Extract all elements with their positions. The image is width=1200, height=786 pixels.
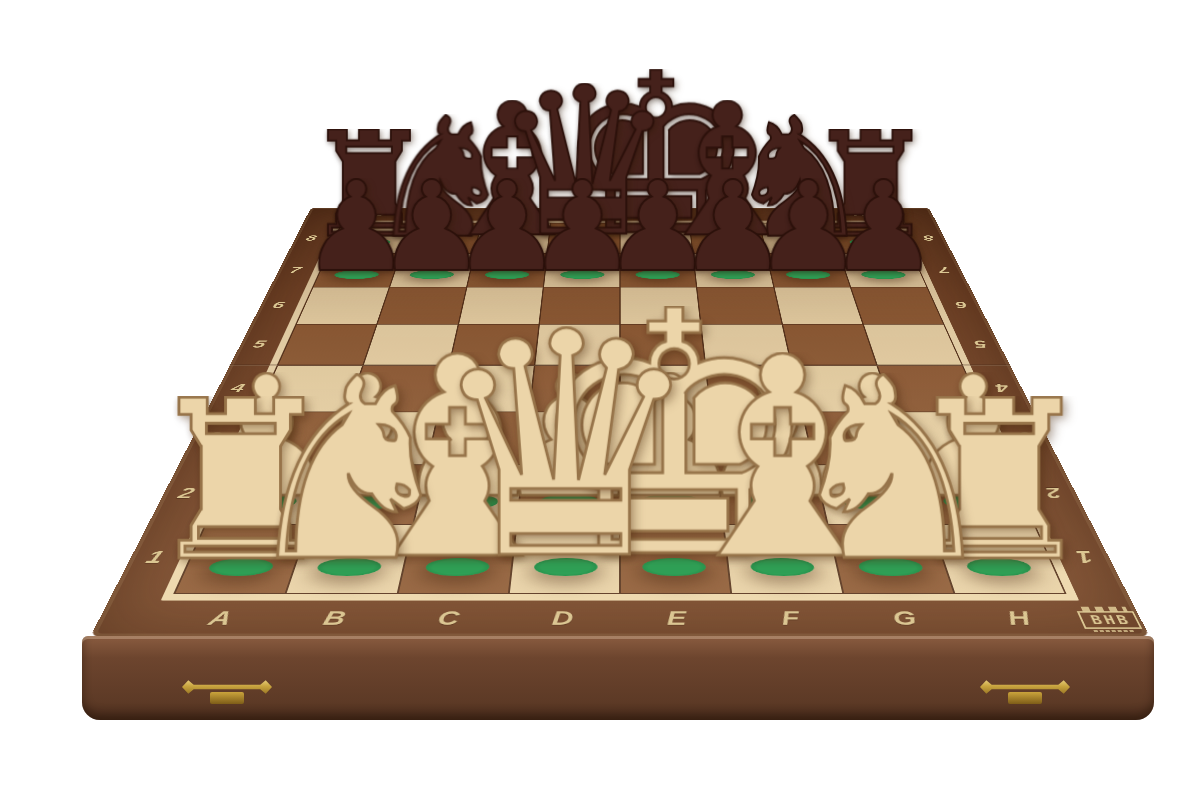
knight-glyph: ♞	[779, 373, 1003, 568]
file-label-front-c: C	[436, 607, 462, 630]
piece-white-queen-d1[interactable]: ♛	[427, 326, 705, 568]
piece-cell-h7: ♟	[839, 253, 927, 286]
file-labels-front: ABCDEFGH	[156, 600, 1084, 636]
logo-castle-icon	[1081, 607, 1128, 612]
piece-cell-b1: ♞	[287, 524, 414, 593]
piece-black-pawn-h7[interactable]: ♟	[828, 178, 940, 275]
queen-glyph: ♛	[427, 326, 705, 568]
file-label-front-h: H	[1003, 607, 1034, 630]
piece-cell-g1: ♞	[827, 524, 954, 593]
scene: ABCDEFGH 87654321 87654321 ABCDEFGH BHB …	[0, 0, 1200, 786]
chess-board: ABCDEFGH 87654321 87654321 ABCDEFGH BHB …	[90, 208, 1150, 637]
file-label-front-e: E	[666, 607, 688, 630]
logo-text: BHB	[1077, 611, 1143, 628]
pawn-glyph: ♟	[828, 178, 940, 275]
box-front-face	[82, 636, 1154, 720]
piece-white-knight-b1[interactable]: ♞	[237, 373, 461, 568]
maker-logo: BHB	[1075, 607, 1144, 633]
file-label-front-g: G	[890, 607, 920, 630]
rank-label-right-6: 6	[953, 300, 970, 311]
rank-label-left-6: 6	[270, 300, 287, 311]
file-label-front-d: D	[551, 607, 575, 630]
file-label-front-b: B	[321, 607, 350, 630]
file-label-front-f: F	[780, 607, 803, 630]
latch-clasp-right-icon	[1008, 692, 1042, 704]
file-label-front-a: A	[205, 607, 236, 630]
latch-clasp-left-icon	[210, 692, 244, 704]
knight-glyph: ♞	[237, 373, 461, 568]
piece-white-knight-g1[interactable]: ♞	[779, 373, 1003, 568]
logo-subtext-line	[1093, 630, 1136, 632]
piece-cell-d1: ♛	[509, 524, 620, 593]
